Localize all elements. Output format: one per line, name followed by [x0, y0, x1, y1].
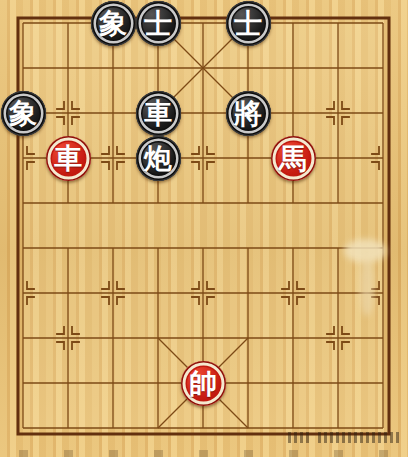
black-elephant[interactable]: 象	[91, 1, 136, 46]
black-general-glyph: 將	[234, 91, 262, 136]
xiangqi-board-screenshot: 象士士象車將炮車馬帥	[0, 0, 408, 457]
red-chariot-glyph: 車	[54, 136, 82, 181]
black-elephant[interactable]: 象	[1, 91, 46, 136]
black-general[interactable]: 將	[226, 91, 271, 136]
black-chariot[interactable]: 車	[136, 91, 181, 136]
black-advisor[interactable]: 士	[226, 1, 271, 46]
black-advisor[interactable]: 士	[136, 1, 181, 46]
black-chariot-glyph: 車	[144, 91, 172, 136]
red-general-glyph: 帥	[189, 361, 217, 406]
black-cannon-glyph: 炮	[144, 136, 172, 181]
red-chariot[interactable]: 車	[46, 136, 91, 181]
black-elephant-glyph: 象	[99, 1, 127, 46]
red-general[interactable]: 帥	[181, 361, 226, 406]
black-cannon[interactable]: 炮	[136, 136, 181, 181]
red-horse-glyph: 馬	[279, 136, 307, 181]
black-advisor-glyph: 士	[144, 1, 172, 46]
red-horse[interactable]: 馬	[271, 136, 316, 181]
black-advisor-glyph: 士	[234, 1, 262, 46]
black-elephant-glyph: 象	[9, 91, 37, 136]
